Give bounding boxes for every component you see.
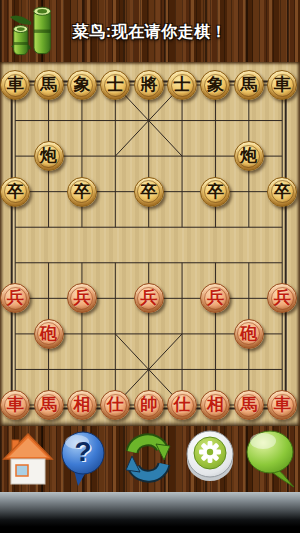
piece-glyph: 兵 [73, 289, 90, 306]
status-message: 菜鸟:现在请你走棋！ [0, 22, 300, 43]
help-icon: ? ? [56, 426, 112, 490]
piece-red-advisor-right[interactable]: 仕 [167, 390, 197, 420]
piece-glyph: 卒 [73, 183, 90, 200]
piece-glyph: 兵 [7, 289, 24, 306]
piece-glyph: 車 [7, 76, 24, 93]
piece-red-chariot-right[interactable]: 車 [267, 390, 297, 420]
piece-black-chariot-right[interactable]: 車 [267, 70, 297, 100]
piece-black-soldier-4[interactable]: 卒 [200, 177, 230, 207]
svg-text:?: ? [74, 436, 91, 467]
piece-glyph: 仕 [107, 396, 124, 413]
piece-glyph: 象 [207, 76, 224, 93]
piece-glyph: 相 [73, 396, 90, 413]
piece-black-general[interactable]: 將 [134, 70, 164, 100]
piece-black-soldier-2[interactable]: 卒 [67, 177, 97, 207]
piece-glyph: 將 [140, 76, 157, 93]
piece-glyph: 士 [174, 76, 191, 93]
piece-glyph: 卒 [207, 183, 224, 200]
gear-icon [182, 426, 238, 490]
piece-glyph: 士 [107, 76, 124, 93]
chat-icon [244, 426, 300, 490]
piece-glyph: 炮 [40, 147, 57, 164]
settings-button[interactable] [182, 426, 238, 490]
piece-red-chariot-left[interactable]: 車 [0, 390, 30, 420]
piece-black-soldier-1[interactable]: 卒 [0, 177, 30, 207]
piece-black-cannon-left[interactable]: 炮 [34, 141, 64, 171]
piece-black-chariot-left[interactable]: 車 [0, 70, 30, 100]
piece-glyph: 馬 [240, 396, 257, 413]
piece-red-horse-left[interactable]: 馬 [34, 390, 64, 420]
piece-glyph: 車 [274, 396, 291, 413]
piece-black-elephant-left[interactable]: 象 [67, 70, 97, 100]
piece-glyph: 車 [274, 76, 291, 93]
piece-glyph: 砲 [240, 325, 257, 342]
piece-black-horse-left[interactable]: 馬 [34, 70, 64, 100]
piece-glyph: 炮 [240, 147, 257, 164]
restart-button[interactable] [120, 426, 176, 490]
piece-black-advisor-right[interactable]: 士 [167, 70, 197, 100]
piece-glyph: 卒 [140, 183, 157, 200]
piece-red-horse-right[interactable]: 馬 [234, 390, 264, 420]
piece-black-horse-right[interactable]: 馬 [234, 70, 264, 100]
piece-red-general[interactable]: 帥 [134, 390, 164, 420]
chat-button[interactable] [244, 426, 300, 490]
home-icon [0, 426, 56, 490]
piece-glyph: 象 [73, 76, 90, 93]
piece-glyph: 卒 [7, 183, 24, 200]
piece-glyph: 砲 [40, 325, 57, 342]
home-button[interactable] [0, 426, 56, 490]
piece-glyph: 卒 [274, 183, 291, 200]
xiangqi-app-screen: 菜鸟:现在请你走棋！ 車馬象士將士象馬車炮炮卒卒卒卒卒兵兵兵兵兵砲砲車馬相仕帥仕… [0, 0, 300, 533]
piece-glyph: 馬 [40, 76, 57, 93]
bottom-gradient-strip [0, 492, 300, 533]
piece-black-soldier-3[interactable]: 卒 [134, 177, 164, 207]
piece-glyph: 兵 [274, 289, 291, 306]
piece-red-cannon-right[interactable]: 砲 [234, 319, 264, 349]
piece-glyph: 仕 [174, 396, 191, 413]
piece-glyph: 兵 [207, 289, 224, 306]
piece-red-elephant-left[interactable]: 相 [67, 390, 97, 420]
xiangqi-board[interactable]: 車馬象士將士象馬車炮炮卒卒卒卒卒兵兵兵兵兵砲砲車馬相仕帥仕相馬車 [0, 62, 300, 426]
piece-red-cannon-left[interactable]: 砲 [34, 319, 64, 349]
piece-glyph: 馬 [40, 396, 57, 413]
bottom-toolbar: ? ? [0, 426, 300, 492]
piece-black-cannon-right[interactable]: 炮 [234, 141, 264, 171]
piece-glyph: 帥 [140, 396, 157, 413]
piece-glyph: 相 [207, 396, 224, 413]
board-grid-lines [0, 62, 300, 426]
refresh-icon [120, 426, 176, 490]
piece-black-soldier-5[interactable]: 卒 [267, 177, 297, 207]
piece-glyph: 車 [7, 396, 24, 413]
help-button[interactable]: ? ? [56, 426, 112, 490]
piece-glyph: 兵 [140, 289, 157, 306]
piece-red-soldier-3[interactable]: 兵 [134, 283, 164, 313]
piece-glyph: 馬 [240, 76, 257, 93]
top-status-bar: 菜鸟:现在请你走棋！ [0, 0, 300, 62]
